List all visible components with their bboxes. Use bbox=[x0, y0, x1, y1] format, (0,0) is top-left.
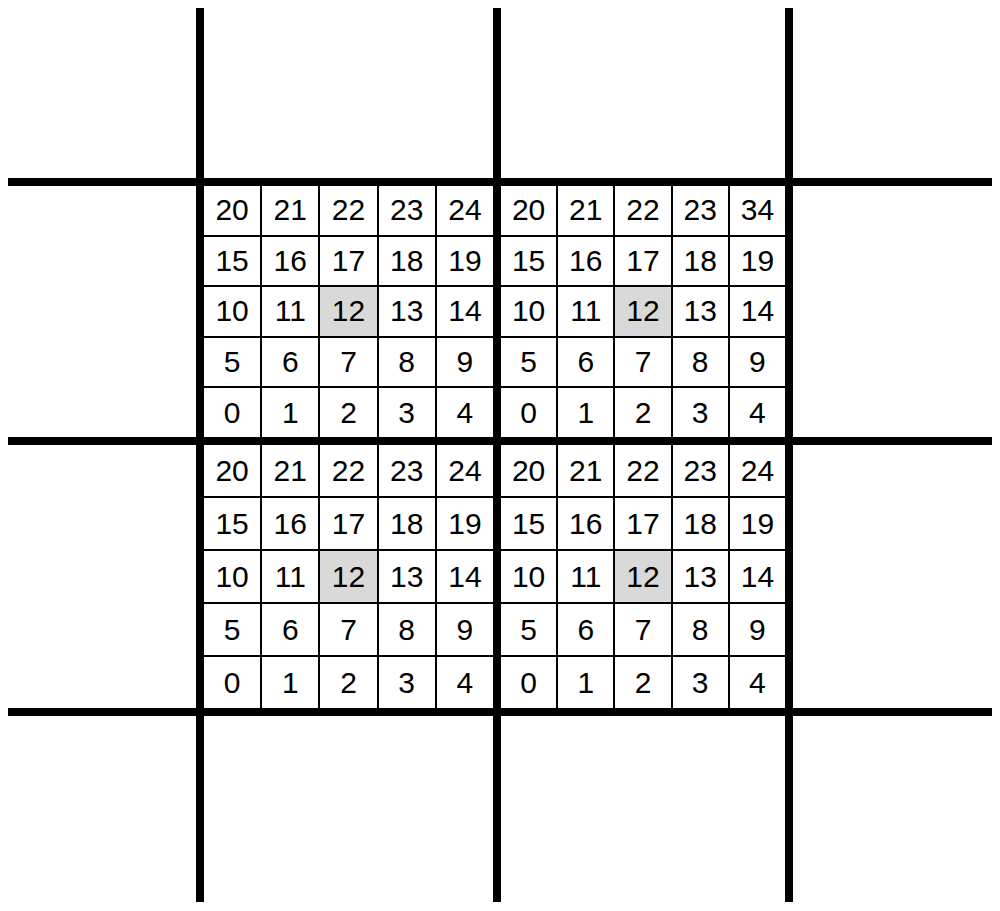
grid-cell: 20 bbox=[204, 445, 260, 496]
grid-cell: 7 bbox=[615, 338, 670, 387]
grid-cell: 4 bbox=[437, 657, 493, 708]
grid-cell: 34 bbox=[730, 186, 785, 235]
grid-cell: 9 bbox=[437, 604, 493, 655]
grid-cell: 15 bbox=[501, 237, 556, 286]
grid-cell: 18 bbox=[673, 237, 728, 286]
grid-cell: 5 bbox=[204, 338, 260, 387]
grid-cell: 15 bbox=[501, 498, 556, 549]
thick-vertical-line-right bbox=[785, 8, 793, 902]
grid-cell: 4 bbox=[437, 388, 493, 437]
grid-cell: 3 bbox=[379, 388, 435, 437]
thick-horizontal-line-top bbox=[8, 178, 992, 186]
grid-cell: 21 bbox=[558, 186, 613, 235]
grid-cell: 14 bbox=[730, 551, 785, 602]
grid-cell: 16 bbox=[262, 237, 318, 286]
grid-cell: 11 bbox=[262, 287, 318, 336]
grid-cell: 17 bbox=[320, 498, 376, 549]
grid-cell-highlighted: 12 bbox=[615, 551, 670, 602]
grid-cell: 2 bbox=[320, 388, 376, 437]
grid-cell: 20 bbox=[204, 186, 260, 235]
grid-cell: 24 bbox=[437, 445, 493, 496]
grid-cell: 8 bbox=[673, 604, 728, 655]
grid-cell: 13 bbox=[673, 287, 728, 336]
grid-cell: 18 bbox=[379, 237, 435, 286]
grid-cell: 23 bbox=[379, 445, 435, 496]
grid-cell: 14 bbox=[437, 551, 493, 602]
grid-cell: 20 bbox=[501, 186, 556, 235]
grid-cell: 22 bbox=[615, 186, 670, 235]
grid-cell: 11 bbox=[262, 551, 318, 602]
grid-cell: 24 bbox=[730, 445, 785, 496]
grid-cell: 23 bbox=[673, 186, 728, 235]
grid-cell: 5 bbox=[501, 338, 556, 387]
grid-cell: 6 bbox=[262, 338, 318, 387]
block-bottom-right: 2021222324151617181910111213145678901234 bbox=[501, 445, 785, 708]
grid-cell: 7 bbox=[615, 604, 670, 655]
grid-cell: 10 bbox=[204, 287, 260, 336]
grid-cell: 2 bbox=[615, 388, 670, 437]
block-bottom-left: 2021222324151617181910111213145678901234 bbox=[204, 445, 493, 708]
grid-cell: 22 bbox=[320, 186, 376, 235]
grid-cell: 19 bbox=[730, 237, 785, 286]
grid-cell: 21 bbox=[558, 445, 613, 496]
grid-cell: 8 bbox=[379, 604, 435, 655]
grid-cell: 11 bbox=[558, 287, 613, 336]
grid-cell: 1 bbox=[558, 388, 613, 437]
grid-cell: 1 bbox=[262, 657, 318, 708]
grid-cell: 13 bbox=[379, 551, 435, 602]
grid-cell: 18 bbox=[379, 498, 435, 549]
grid-cell: 0 bbox=[501, 388, 556, 437]
grid-cell: 11 bbox=[558, 551, 613, 602]
grid-cell: 3 bbox=[379, 657, 435, 708]
grid-cell: 6 bbox=[558, 604, 613, 655]
thick-vertical-line-middle bbox=[493, 8, 501, 902]
grid-cell: 18 bbox=[673, 498, 728, 549]
grid-cell: 5 bbox=[501, 604, 556, 655]
grid-cell: 19 bbox=[437, 237, 493, 286]
grid-cell: 21 bbox=[262, 186, 318, 235]
thick-horizontal-line-middle bbox=[8, 437, 992, 445]
grid-cell: 1 bbox=[262, 388, 318, 437]
grid-cell: 10 bbox=[204, 551, 260, 602]
grid-cell: 2 bbox=[320, 657, 376, 708]
grid-cell: 14 bbox=[730, 287, 785, 336]
grid-cell: 3 bbox=[673, 388, 728, 437]
grid-cell: 23 bbox=[379, 186, 435, 235]
grid-cell: 9 bbox=[730, 338, 785, 387]
grid-cell-highlighted: 12 bbox=[320, 287, 376, 336]
grid-cell: 17 bbox=[615, 498, 670, 549]
grid-cell: 16 bbox=[262, 498, 318, 549]
grid-cell: 15 bbox=[204, 237, 260, 286]
grid-cell-highlighted: 12 bbox=[615, 287, 670, 336]
grid-cell: 3 bbox=[673, 657, 728, 708]
grid-cell: 0 bbox=[204, 388, 260, 437]
grid-cell: 23 bbox=[673, 445, 728, 496]
grid-cell: 19 bbox=[437, 498, 493, 549]
grid-cell: 22 bbox=[615, 445, 670, 496]
grid-cell: 10 bbox=[501, 551, 556, 602]
macro-grid-figure: 2021222324151617181910111213145678901234… bbox=[0, 0, 1000, 911]
grid-cell: 20 bbox=[501, 445, 556, 496]
thick-vertical-line-left bbox=[196, 8, 204, 902]
block-top-left: 2021222324151617181910111213145678901234 bbox=[204, 186, 493, 437]
grid-cell: 9 bbox=[730, 604, 785, 655]
grid-cell: 19 bbox=[730, 498, 785, 549]
grid-cell-highlighted: 12 bbox=[320, 551, 376, 602]
grid-cell: 10 bbox=[501, 287, 556, 336]
thick-horizontal-line-bottom bbox=[8, 708, 992, 716]
grid-cell: 4 bbox=[730, 657, 785, 708]
grid-cell: 7 bbox=[320, 338, 376, 387]
grid-cell: 8 bbox=[673, 338, 728, 387]
grid-cell: 24 bbox=[437, 186, 493, 235]
grid-cell: 2 bbox=[615, 657, 670, 708]
grid-cell: 13 bbox=[379, 287, 435, 336]
grid-cell: 0 bbox=[204, 657, 260, 708]
grid-cell: 6 bbox=[262, 604, 318, 655]
block-top-right: 2021222334151617181910111213145678901234 bbox=[501, 186, 785, 437]
grid-cell: 9 bbox=[437, 338, 493, 387]
figure-page: { "game": "numbered-grid-diagram (2x2 ar… bbox=[0, 0, 1000, 911]
grid-cell: 22 bbox=[320, 445, 376, 496]
grid-cell: 1 bbox=[558, 657, 613, 708]
grid-cell: 13 bbox=[673, 551, 728, 602]
grid-cell: 17 bbox=[320, 237, 376, 286]
grid-cell: 16 bbox=[558, 498, 613, 549]
grid-cell: 5 bbox=[204, 604, 260, 655]
grid-cell: 17 bbox=[615, 237, 670, 286]
grid-cell: 14 bbox=[437, 287, 493, 336]
grid-cell: 0 bbox=[501, 657, 556, 708]
grid-cell: 21 bbox=[262, 445, 318, 496]
grid-cell: 15 bbox=[204, 498, 260, 549]
grid-cell: 8 bbox=[379, 338, 435, 387]
grid-cell: 4 bbox=[730, 388, 785, 437]
grid-cell: 16 bbox=[558, 237, 613, 286]
grid-cell: 6 bbox=[558, 338, 613, 387]
grid-cell: 7 bbox=[320, 604, 376, 655]
